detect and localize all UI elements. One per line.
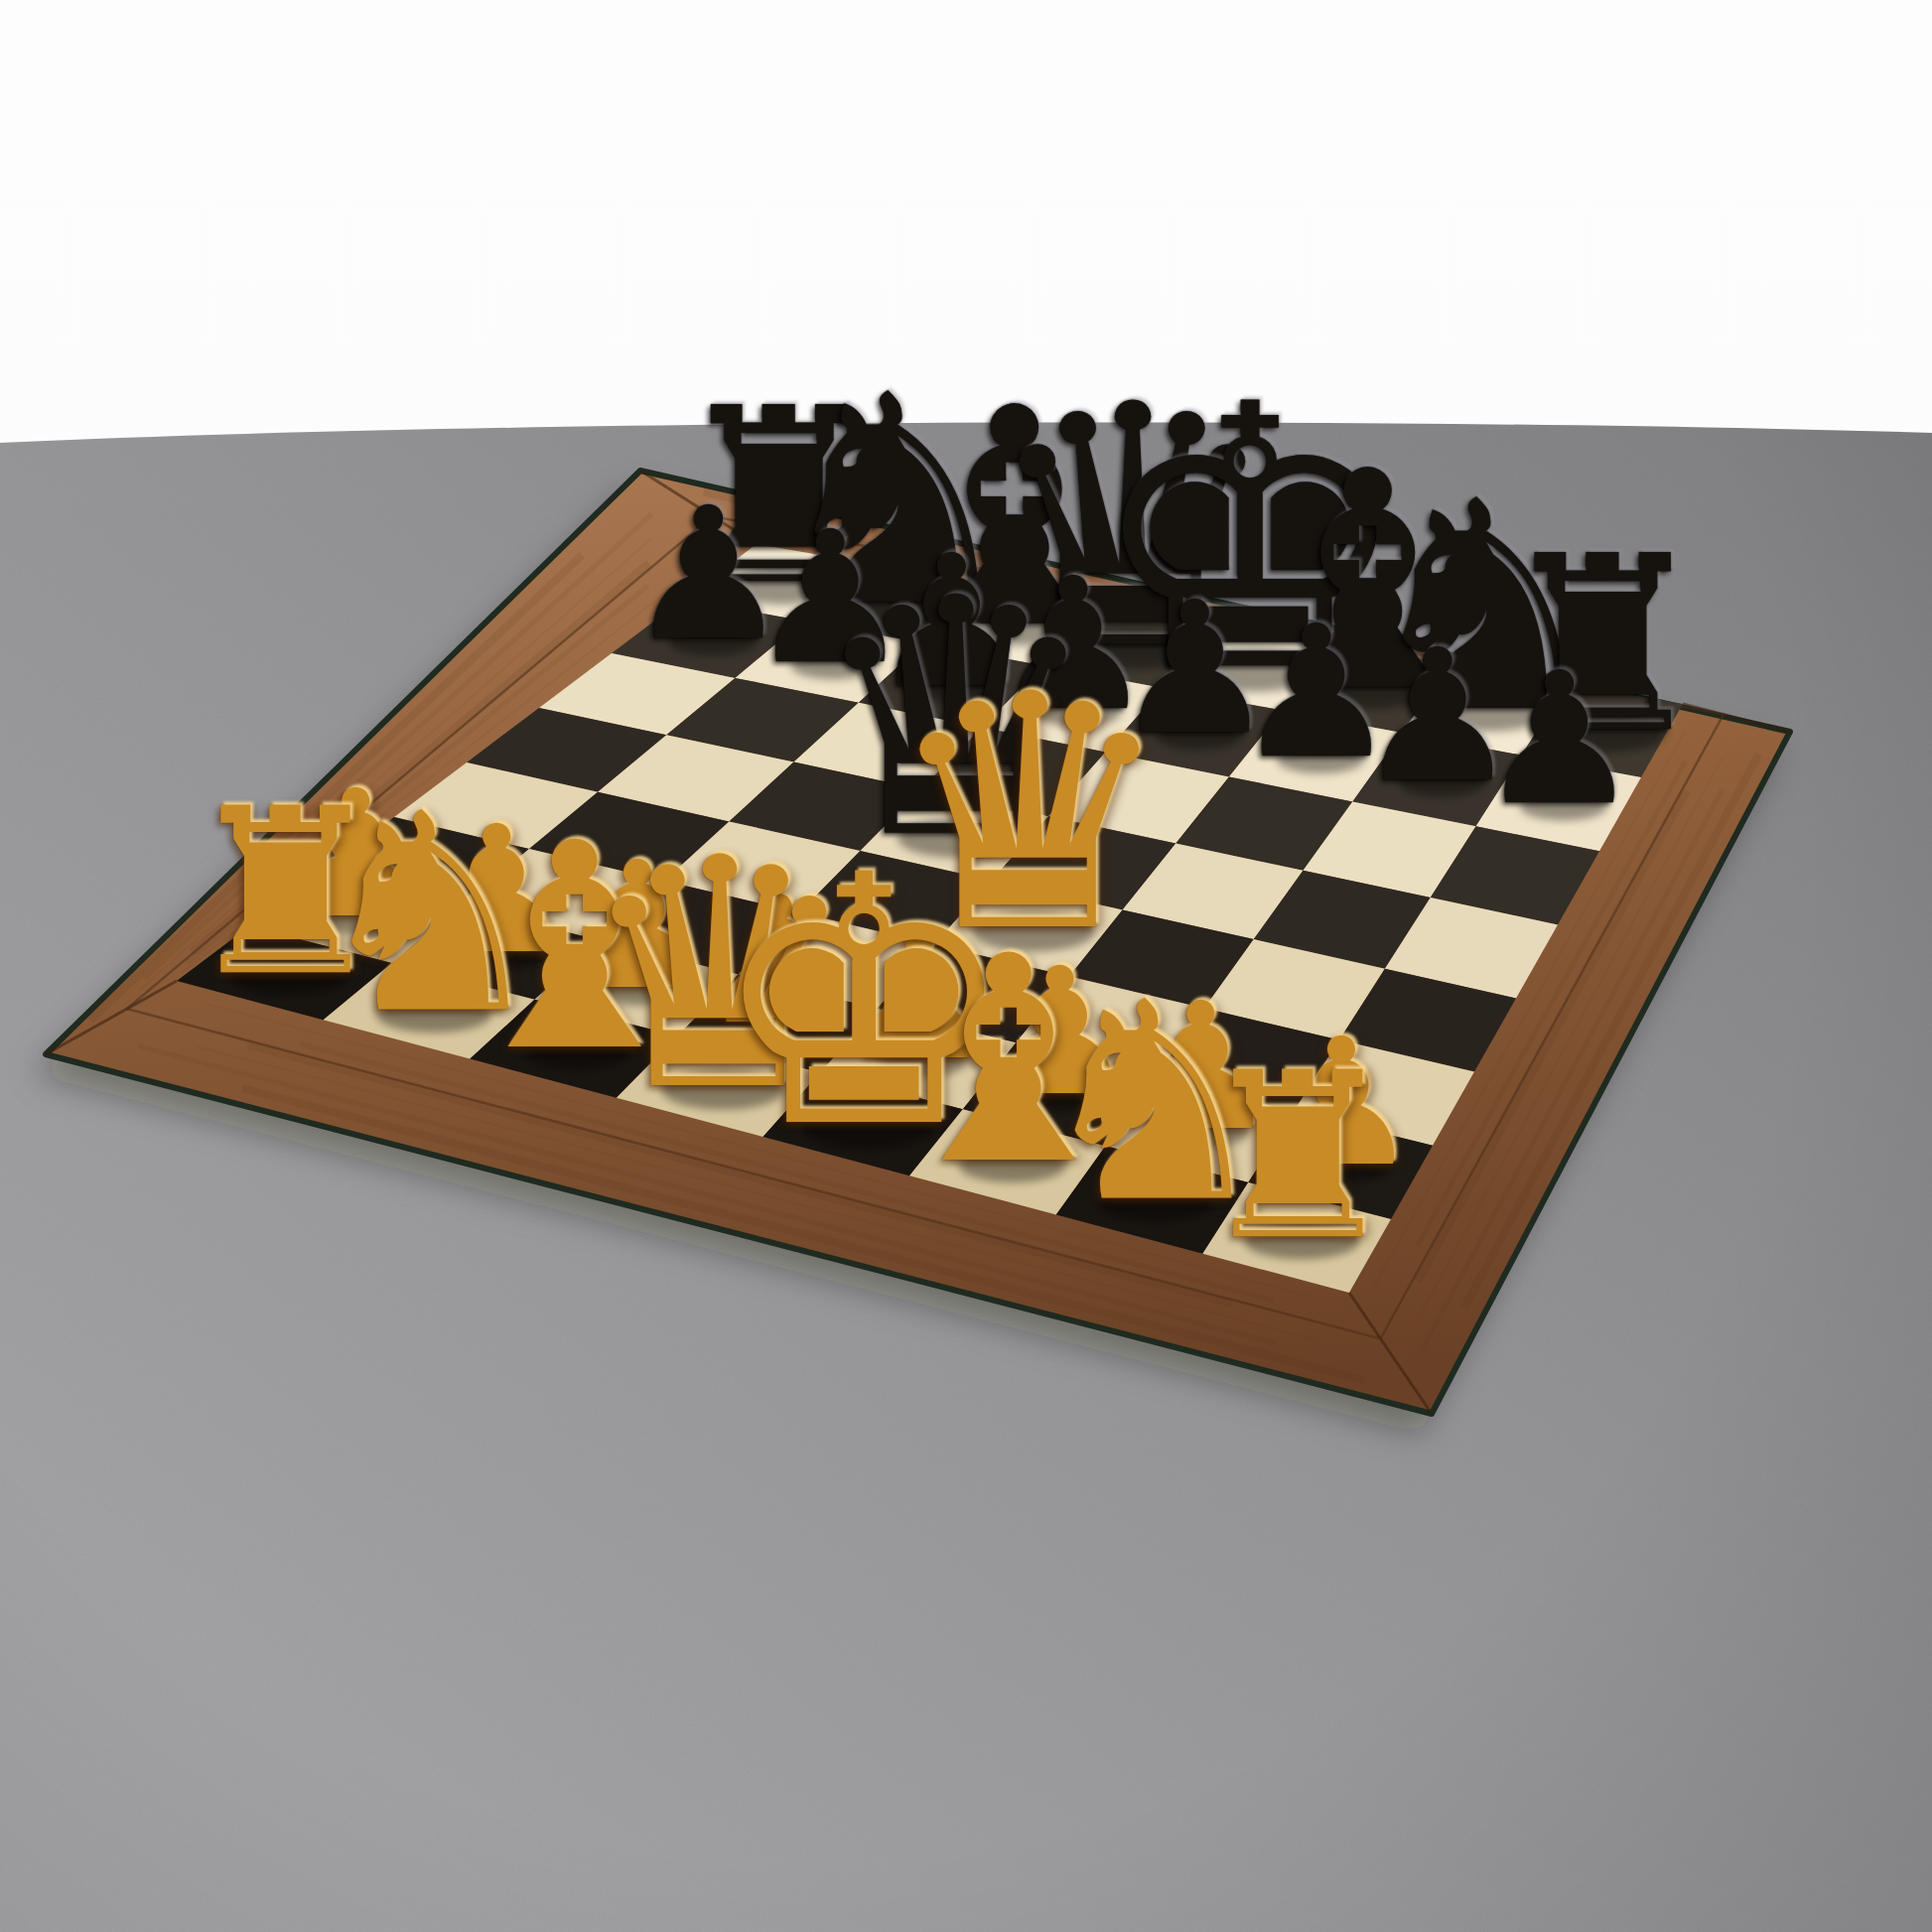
board-graphic <box>0 0 1932 1932</box>
product-photo-scene: ♜♞♝♟♛♟♚♟♝♟♞♜♟♟♟♟♛♟♛♟♜♟♞♟♝♟♛♟♚♟♝♟♞♜ <box>0 0 1932 1932</box>
